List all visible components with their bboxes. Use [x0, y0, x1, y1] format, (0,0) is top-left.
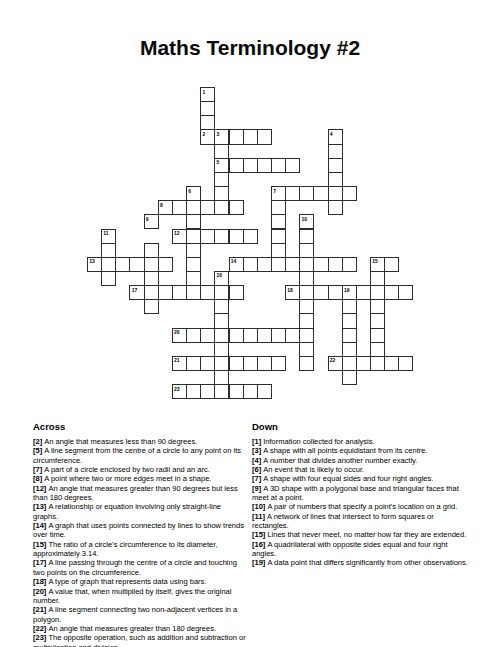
cell-number-20: 20	[174, 329, 180, 335]
cell-r10c7[interactable]	[186, 229, 201, 244]
cell-r14c17[interactable]	[328, 285, 343, 300]
cell-r15c9[interactable]	[214, 299, 229, 314]
cell-number-5: 5	[217, 159, 220, 165]
cell-r14c6[interactable]	[172, 285, 187, 300]
clue-text: A pair of numbers that specify a point's…	[267, 502, 457, 511]
clue-across-22: [22] An angle that measures greater than…	[33, 624, 246, 633]
cell-r15c20[interactable]	[370, 299, 385, 314]
cell-r10c1[interactable]: 11	[101, 229, 116, 244]
clue-across-18: [18] A type of graph that represents dat…	[33, 577, 246, 586]
cell-r9c13[interactable]	[271, 214, 286, 229]
clue-text: An angle that measures greater than 180 …	[48, 624, 216, 633]
cell-r10c8[interactable]	[200, 229, 215, 244]
clue-number: [15]	[252, 530, 267, 539]
clue-across-20: [20] A value that, when multiplied by it…	[33, 587, 246, 606]
cell-number-9: 9	[146, 216, 149, 222]
clue-across-12: [12] An angle that measures greater than…	[33, 484, 246, 503]
cell-number-10: 10	[301, 216, 307, 222]
cell-r7c13[interactable]: 7	[271, 186, 286, 201]
cell-r8c5[interactable]: 8	[158, 200, 173, 215]
cell-r14c3[interactable]: 17	[129, 285, 144, 300]
cell-r15c15[interactable]	[299, 299, 314, 314]
cell-r14c8[interactable]	[200, 285, 215, 300]
down-list: [1] Information collected for analysis.[…	[252, 437, 470, 568]
cell-r21c11[interactable]	[243, 384, 258, 399]
clue-text: The opposite operation, such as addition…	[33, 633, 246, 647]
cell-r19c8[interactable]	[200, 356, 215, 371]
cell-r12c10[interactable]: 14	[229, 257, 244, 272]
cell-r20c18[interactable]	[342, 370, 357, 385]
cell-r21c10[interactable]	[229, 384, 244, 399]
cell-r4c9[interactable]	[214, 144, 229, 159]
cell-r12c3[interactable]	[129, 257, 144, 272]
clue-text: A line passing through the centre of a c…	[33, 558, 237, 576]
clue-number: [10]	[252, 502, 267, 511]
clue-down-10: [10] A pair of numbers that specify a po…	[252, 502, 470, 511]
cell-r19c21[interactable]	[384, 356, 399, 371]
cell-r12c13[interactable]	[271, 257, 286, 272]
cell-r7c14[interactable]	[285, 186, 300, 201]
clue-down-4: [4] A number that divides another number…	[252, 456, 470, 465]
cell-r16c15[interactable]	[299, 313, 314, 328]
cell-r17c18[interactable]	[342, 328, 357, 343]
cell-r6c17[interactable]	[328, 172, 343, 187]
clue-across-23: [23] The opposite operation, such as add…	[33, 633, 246, 647]
cell-r16c18[interactable]	[342, 313, 357, 328]
cell-r12c18[interactable]	[342, 257, 357, 272]
clue-across-21: [21] A line segment connecting two non-a…	[33, 605, 246, 624]
cell-r10c15[interactable]	[299, 229, 314, 244]
cell-r9c15[interactable]: 10	[299, 214, 314, 229]
cell-r19c19[interactable]	[356, 356, 371, 371]
across-list: [2] An angle that measures less than 90 …	[33, 437, 246, 647]
clue-number: [11]	[252, 512, 267, 521]
clue-number: [4]	[252, 456, 263, 465]
clue-number: [12]	[33, 484, 48, 493]
cell-r12c12[interactable]	[257, 257, 272, 272]
cell-r6c9[interactable]	[214, 172, 229, 187]
cell-number-18: 18	[287, 287, 293, 293]
clue-text: A shape with all points equidistant from…	[263, 446, 427, 455]
clue-text: A number that divides another number exa…	[263, 456, 417, 465]
cell-r17c9[interactable]	[214, 328, 229, 343]
cell-r14c9[interactable]	[214, 285, 229, 300]
clue-number: [14]	[33, 521, 48, 530]
clue-down-6: [6] An event that is likely to occur.	[252, 465, 470, 474]
cell-r8c7[interactable]	[186, 200, 201, 215]
clue-text: A type of graph that represents data usi…	[48, 577, 206, 586]
clue-down-15: [15] Lines that never meet, no matter ho…	[252, 530, 470, 539]
cell-r17c14[interactable]	[285, 328, 300, 343]
clue-number: [8]	[33, 474, 44, 483]
cell-r19c17[interactable]: 22	[328, 356, 343, 371]
cell-r0c8[interactable]: 1	[200, 87, 215, 102]
cell-r3c10[interactable]	[229, 129, 244, 144]
clue-text: A point where two or more edges meet in …	[44, 474, 211, 483]
cell-r12c11[interactable]	[243, 257, 258, 272]
cell-r9c4[interactable]: 9	[144, 214, 159, 229]
across-clues-section: Across [2] An angle that measures less t…	[33, 421, 246, 647]
cell-r14c10[interactable]	[229, 285, 244, 300]
clue-across-15: [15] The ratio of a circle's circumferen…	[33, 540, 246, 559]
down-clues-section: Down [1] Information collected for analy…	[252, 421, 470, 568]
cell-number-22: 22	[330, 357, 336, 363]
clue-number: [17]	[33, 558, 48, 567]
cell-r11c13[interactable]	[271, 243, 286, 258]
cell-r18c9[interactable]	[214, 342, 229, 357]
clue-text: Lines that never meet, no matter how far…	[267, 530, 466, 539]
clue-across-13: [13] A relationship or equation involvin…	[33, 502, 246, 521]
cell-r3c11[interactable]	[243, 129, 258, 144]
clue-text: A shape with four equal sides and four r…	[263, 474, 433, 483]
cell-number-12: 12	[174, 230, 180, 236]
clue-number: [9]	[252, 484, 263, 493]
cell-r13c15[interactable]	[299, 271, 314, 286]
cell-r3c17[interactable]: 4	[328, 129, 343, 144]
clue-across-2: [2] An angle that measures less than 90 …	[33, 437, 246, 446]
worksheet-page: { "page": { "title": "Maths Terminology …	[0, 0, 500, 647]
cell-r19c15[interactable]	[299, 356, 314, 371]
cell-r11c7[interactable]	[186, 243, 201, 258]
clue-number: [15]	[33, 540, 48, 549]
cell-r7c16[interactable]	[313, 186, 328, 201]
cell-r1c8[interactable]	[200, 101, 215, 116]
cell-r14c18[interactable]: 19	[342, 285, 357, 300]
clue-across-17: [17] A line passing through the centre o…	[33, 558, 246, 577]
clue-across-8: [8] A point where two or more edges meet…	[33, 474, 246, 483]
cell-r12c2[interactable]	[115, 257, 130, 272]
cell-r12c1[interactable]	[101, 257, 116, 272]
cell-number-13: 13	[89, 258, 95, 264]
cell-r14c21[interactable]	[384, 285, 399, 300]
cell-r14c4[interactable]	[144, 285, 159, 300]
cell-number-6: 6	[188, 188, 191, 194]
cell-number-19: 19	[344, 287, 350, 293]
cell-r10c13[interactable]	[271, 229, 286, 244]
cell-r7c18[interactable]	[342, 186, 357, 201]
cell-r10c9[interactable]	[214, 229, 229, 244]
clue-down-16: [16] A quadrilateral with opposite sides…	[252, 540, 470, 559]
cell-r5c14[interactable]	[285, 158, 300, 173]
cell-r14c7[interactable]	[186, 285, 201, 300]
page-title: Maths Terminology #2	[0, 36, 500, 60]
cell-r19c6[interactable]: 21	[172, 356, 187, 371]
cell-r8c13[interactable]	[271, 200, 286, 215]
clue-text: Information collected for analysis.	[263, 437, 374, 446]
cell-r21c8[interactable]	[200, 384, 215, 399]
clue-number: [21]	[33, 605, 48, 614]
cell-r4c17[interactable]	[328, 144, 343, 159]
cell-r12c17[interactable]	[328, 257, 343, 272]
clue-text: A line segment from the centre of a circ…	[33, 446, 241, 464]
cell-r2c8[interactable]	[200, 115, 215, 130]
clue-text: A part of a circle enclosed by two radii…	[44, 465, 210, 474]
cell-r21c12[interactable]	[257, 384, 272, 399]
cell-r17c6[interactable]: 20	[172, 328, 187, 343]
cell-r19c12[interactable]	[257, 356, 272, 371]
cell-r17c7[interactable]	[186, 328, 201, 343]
cell-number-4: 4	[330, 131, 333, 137]
cell-r3c8[interactable]: 2	[200, 129, 215, 144]
clue-down-11: [11] A network of lines that intersect t…	[252, 512, 470, 531]
clue-text: An angle that measures less than 90 degr…	[44, 437, 197, 446]
cell-r14c16[interactable]	[313, 285, 328, 300]
clue-number: [18]	[33, 577, 48, 586]
clue-number: [19]	[252, 558, 267, 567]
clue-down-19: [19] A data point that differs significa…	[252, 558, 470, 567]
cell-r17c8[interactable]	[200, 328, 215, 343]
cell-r14c20[interactable]	[370, 285, 385, 300]
cell-r11c15[interactable]	[299, 243, 314, 258]
clue-down-7: [7] A shape with four equal sides and fo…	[252, 474, 470, 483]
clue-number: [16]	[252, 540, 267, 549]
cell-number-14: 14	[231, 258, 237, 264]
clue-text: A graph that uses points connected by li…	[33, 521, 244, 539]
cell-r11c4[interactable]	[144, 243, 159, 258]
cell-r7c7[interactable]: 6	[186, 186, 201, 201]
cell-r13c4[interactable]	[144, 271, 159, 286]
cell-number-8: 8	[160, 202, 163, 208]
cell-r17c20[interactable]	[370, 328, 385, 343]
cell-r21c6[interactable]: 23	[172, 384, 187, 399]
cell-r21c7[interactable]	[186, 384, 201, 399]
cell-r8c6[interactable]	[172, 200, 187, 215]
clue-number: [1]	[252, 437, 263, 446]
cell-r19c11[interactable]	[243, 356, 258, 371]
clue-number: [2]	[33, 437, 44, 446]
cell-r17c15[interactable]	[299, 328, 314, 343]
clue-across-7: [7] A part of a circle enclosed by two r…	[33, 465, 246, 474]
cell-r20c9[interactable]	[214, 370, 229, 385]
cell-r12c4[interactable]	[144, 257, 159, 272]
clue-text: A value that, when multiplied by itself,…	[33, 587, 231, 605]
clue-across-14: [14] A graph that uses points connected …	[33, 521, 246, 540]
clue-number: [23]	[33, 633, 48, 642]
cell-r19c13[interactable]	[271, 356, 286, 371]
clue-text: A relationship or equation involving onl…	[33, 502, 221, 520]
cell-r8c9[interactable]	[214, 200, 229, 215]
clue-down-1: [1] Information collected for analysis.	[252, 437, 470, 446]
cell-r15c18[interactable]	[342, 299, 357, 314]
cell-number-2: 2	[202, 131, 205, 137]
clue-down-3: [3] A shape with all points equidistant …	[252, 446, 470, 455]
cell-r14c5[interactable]	[158, 285, 173, 300]
cell-r17c11[interactable]	[243, 328, 258, 343]
clue-text: A quadrilateral with opposite sides equa…	[252, 540, 448, 558]
down-header: Down	[252, 421, 470, 432]
cell-number-15: 15	[372, 258, 378, 264]
cell-r5c10[interactable]	[229, 158, 244, 173]
cell-r12c14[interactable]	[285, 257, 300, 272]
clue-number: [5]	[33, 446, 44, 455]
cell-r19c9[interactable]	[214, 356, 229, 371]
cell-r14c15[interactable]	[299, 285, 314, 300]
cell-number-23: 23	[174, 386, 180, 392]
cell-r19c10[interactable]	[229, 356, 244, 371]
cell-number-17: 17	[132, 287, 138, 293]
clue-text: A network of lines that intersect to for…	[252, 512, 434, 530]
cell-r8c10[interactable]	[229, 200, 244, 215]
cell-r13c7[interactable]	[186, 271, 201, 286]
cell-number-1: 1	[202, 89, 205, 95]
cell-r19c18[interactable]	[342, 356, 357, 371]
cell-r5c12[interactable]	[257, 158, 272, 173]
cell-r15c4[interactable]	[144, 299, 159, 314]
cell-number-11: 11	[103, 230, 108, 236]
clue-text: An event that is likely to occur.	[263, 465, 364, 474]
cell-number-16: 16	[217, 272, 223, 278]
clue-text: A line segment connecting two non-adjace…	[33, 605, 237, 623]
cell-r10c6[interactable]: 12	[172, 229, 187, 244]
cell-r19c20[interactable]	[370, 356, 385, 371]
clue-number: [7]	[252, 474, 263, 483]
cell-r14c22[interactable]	[398, 285, 413, 300]
clue-number: [22]	[33, 624, 48, 633]
cell-r7c17[interactable]	[328, 186, 343, 201]
cell-r18c20[interactable]	[370, 342, 385, 357]
cell-r13c20[interactable]	[370, 271, 385, 286]
clue-across-5: [5] A line segment from the centre of a …	[33, 446, 246, 465]
clue-text: A 3D shape with a polygonal base and tri…	[252, 484, 459, 502]
cell-r10c11[interactable]	[243, 229, 258, 244]
clue-text: An angle that measures greater than 90 d…	[33, 484, 238, 502]
cell-number-7: 7	[273, 188, 276, 194]
clue-number: [3]	[252, 446, 263, 455]
cell-r5c13[interactable]	[271, 158, 286, 173]
cell-r21c9[interactable]	[214, 384, 229, 399]
cell-r5c9[interactable]: 5	[214, 158, 229, 173]
cell-r12c5[interactable]	[158, 257, 173, 272]
cell-r9c7[interactable]	[186, 214, 201, 229]
cell-r11c1[interactable]	[101, 243, 116, 258]
cell-r19c7[interactable]	[186, 356, 201, 371]
cell-r14c19[interactable]	[356, 285, 371, 300]
cell-r13c1[interactable]	[101, 271, 116, 286]
cell-r14c14[interactable]: 18	[285, 285, 300, 300]
cell-r17c13[interactable]	[271, 328, 286, 343]
cell-r3c9[interactable]: 3	[214, 129, 229, 144]
clue-number: [20]	[33, 587, 48, 596]
cell-number-3: 3	[217, 131, 220, 137]
cell-r12c20[interactable]: 15	[370, 257, 385, 272]
clue-number: [7]	[33, 465, 44, 474]
cell-r12c15[interactable]	[299, 257, 314, 272]
cell-r18c18[interactable]	[342, 342, 357, 357]
clue-text: A data point that differs significantly …	[267, 558, 467, 567]
clue-number: [6]	[252, 465, 263, 474]
cell-r5c17[interactable]	[328, 158, 343, 173]
cell-r12c0[interactable]: 13	[87, 257, 102, 272]
cell-r16c9[interactable]	[214, 313, 229, 328]
cell-r18c15[interactable]	[299, 342, 314, 357]
cell-number-21: 21	[174, 357, 180, 363]
cell-r7c9[interactable]	[214, 186, 229, 201]
cell-r8c17[interactable]	[328, 200, 343, 215]
cell-r10c10[interactable]	[229, 229, 244, 244]
cell-r12c7[interactable]	[186, 257, 201, 272]
cell-r3c12[interactable]	[257, 129, 272, 144]
cell-r12c16[interactable]	[313, 257, 328, 272]
cell-r7c15[interactable]	[299, 186, 314, 201]
crossword-grid: 1234567891011121314151617181920212223	[87, 87, 413, 399]
clue-down-9: [9] A 3D shape with a polygonal base and…	[252, 484, 470, 503]
clue-text: The ratio of a circle's circumference to…	[33, 540, 217, 558]
across-header: Across	[33, 421, 246, 432]
cell-r8c8[interactable]	[200, 200, 215, 215]
cell-r17c12[interactable]	[257, 328, 272, 343]
cell-r16c20[interactable]	[370, 313, 385, 328]
clue-number: [13]	[33, 502, 48, 511]
cell-r19c22[interactable]	[398, 356, 413, 371]
cell-r5c11[interactable]	[243, 158, 258, 173]
cell-r17c10[interactable]	[229, 328, 244, 343]
cell-r12c21[interactable]	[384, 257, 399, 272]
cell-r13c9[interactable]: 16	[214, 271, 229, 286]
